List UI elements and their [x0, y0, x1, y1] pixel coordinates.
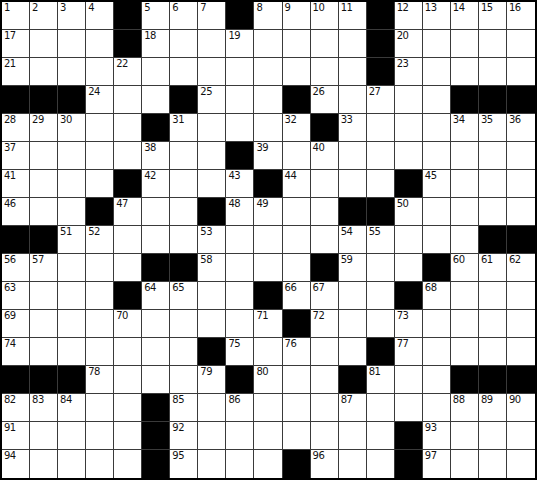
grid-cell[interactable]: 83 [30, 394, 58, 422]
grid-cell[interactable]: 10 [311, 2, 339, 30]
grid-cell[interactable] [311, 422, 339, 450]
grid-cell[interactable]: 49 [254, 198, 282, 226]
grid-cell[interactable] [423, 226, 451, 254]
grid-cell[interactable] [114, 254, 142, 282]
clue-number: 87 [341, 394, 353, 405]
grid-cell[interactable]: 22 [114, 58, 142, 86]
grid-cell[interactable]: 74 [2, 338, 30, 366]
grid-cell[interactable] [226, 58, 254, 86]
grid-cell[interactable] [283, 142, 311, 170]
grid-cell[interactable] [423, 30, 451, 58]
grid-cell[interactable] [58, 198, 86, 226]
grid-cell[interactable]: 51 [58, 226, 86, 254]
grid-cell[interactable] [479, 310, 507, 338]
grid-cell[interactable] [395, 226, 423, 254]
clue-number: 84 [60, 394, 72, 405]
grid-cell[interactable] [254, 394, 282, 422]
grid-cell[interactable] [339, 170, 367, 198]
grid-cell[interactable] [339, 338, 367, 366]
grid-cell[interactable]: 61 [479, 254, 507, 282]
grid-cell[interactable]: 56 [2, 254, 30, 282]
grid-cell[interactable] [479, 450, 507, 478]
grid-cell[interactable]: 85 [170, 394, 198, 422]
grid-cell[interactable]: 1 [2, 2, 30, 30]
grid-cell[interactable] [30, 338, 58, 366]
black-square [30, 366, 58, 394]
grid-cell[interactable] [114, 394, 142, 422]
grid-cell[interactable] [58, 254, 86, 282]
grid-cell[interactable] [86, 30, 114, 58]
grid-cell[interactable] [170, 170, 198, 198]
grid-cell[interactable] [170, 142, 198, 170]
grid-cell[interactable] [58, 58, 86, 86]
grid-cell[interactable] [423, 58, 451, 86]
grid-cell[interactable] [170, 310, 198, 338]
grid-cell[interactable]: 33 [339, 114, 367, 142]
grid-cell[interactable] [86, 310, 114, 338]
grid-cell[interactable] [114, 366, 142, 394]
grid-cell[interactable] [507, 422, 535, 450]
grid-cell[interactable] [254, 450, 282, 478]
grid-cell[interactable] [283, 394, 311, 422]
grid-cell[interactable] [423, 338, 451, 366]
grid-cell[interactable] [339, 30, 367, 58]
grid-cell[interactable]: 58 [198, 254, 226, 282]
grid-cell[interactable] [86, 142, 114, 170]
grid-cell[interactable] [198, 450, 226, 478]
grid-cell[interactable]: 80 [254, 366, 282, 394]
grid-cell[interactable] [30, 58, 58, 86]
grid-cell[interactable] [507, 58, 535, 86]
grid-cell[interactable] [283, 226, 311, 254]
grid-cell[interactable]: 68 [423, 282, 451, 310]
grid-cell[interactable] [86, 114, 114, 142]
grid-cell[interactable] [114, 142, 142, 170]
grid-cell[interactable] [423, 310, 451, 338]
black-square [198, 338, 226, 366]
grid-cell[interactable] [30, 422, 58, 450]
clue-number: 7 [200, 2, 206, 13]
grid-cell[interactable] [198, 142, 226, 170]
grid-cell[interactable]: 35 [479, 114, 507, 142]
grid-cell[interactable]: 64 [142, 282, 170, 310]
grid-cell[interactable] [423, 394, 451, 422]
grid-cell[interactable]: 11 [339, 2, 367, 30]
grid-cell[interactable]: 9 [283, 2, 311, 30]
black-square [142, 254, 170, 282]
grid-cell[interactable] [479, 142, 507, 170]
grid-cell[interactable]: 41 [2, 170, 30, 198]
clue-number: 68 [425, 282, 437, 293]
grid-cell[interactable] [226, 254, 254, 282]
grid-cell[interactable] [451, 170, 479, 198]
clue-number: 75 [228, 338, 240, 349]
grid-cell[interactable]: 70 [114, 310, 142, 338]
grid-cell[interactable] [283, 198, 311, 226]
grid-cell[interactable]: 73 [395, 310, 423, 338]
grid-cell[interactable]: 46 [2, 198, 30, 226]
grid-cell[interactable] [451, 450, 479, 478]
grid-cell[interactable] [142, 86, 170, 114]
grid-cell[interactable] [114, 114, 142, 142]
grid-cell[interactable]: 86 [226, 394, 254, 422]
grid-cell[interactable] [339, 86, 367, 114]
grid-cell[interactable] [395, 86, 423, 114]
grid-cell[interactable] [479, 30, 507, 58]
grid-cell[interactable] [311, 198, 339, 226]
grid-cell[interactable] [367, 170, 395, 198]
grid-cell[interactable] [142, 338, 170, 366]
grid-cell[interactable] [58, 310, 86, 338]
grid-cell[interactable] [198, 310, 226, 338]
grid-cell[interactable] [198, 170, 226, 198]
grid-cell[interactable] [507, 338, 535, 366]
black-square [451, 86, 479, 114]
grid-cell[interactable] [142, 310, 170, 338]
grid-cell[interactable] [283, 366, 311, 394]
grid-cell[interactable] [367, 114, 395, 142]
grid-cell[interactable]: 45 [423, 170, 451, 198]
grid-cell[interactable] [507, 198, 535, 226]
grid-cell[interactable]: 39 [254, 142, 282, 170]
grid-cell[interactable] [114, 338, 142, 366]
grid-cell[interactable]: 32 [283, 114, 311, 142]
clue-number: 35 [481, 114, 493, 125]
grid-cell[interactable] [451, 310, 479, 338]
grid-cell[interactable] [30, 142, 58, 170]
grid-cell[interactable] [311, 58, 339, 86]
grid-cell[interactable] [423, 198, 451, 226]
grid-cell[interactable]: 71 [254, 310, 282, 338]
grid-cell[interactable]: 55 [367, 226, 395, 254]
black-square [86, 198, 114, 226]
grid-cell[interactable]: 65 [170, 282, 198, 310]
grid-cell[interactable] [170, 366, 198, 394]
clue-number: 49 [256, 198, 268, 209]
clue-number: 86 [228, 394, 240, 405]
clue-number: 27 [369, 86, 381, 97]
grid-cell[interactable]: 57 [30, 254, 58, 282]
grid-cell[interactable]: 67 [311, 282, 339, 310]
grid-cell[interactable] [283, 254, 311, 282]
grid-cell[interactable] [311, 366, 339, 394]
grid-cell[interactable] [367, 282, 395, 310]
grid-cell[interactable]: 95 [170, 450, 198, 478]
grid-cell[interactable]: 37 [2, 142, 30, 170]
grid-cell[interactable]: 53 [198, 226, 226, 254]
grid-cell[interactable] [367, 394, 395, 422]
grid-cell[interactable] [339, 142, 367, 170]
grid-cell[interactable] [170, 198, 198, 226]
grid-cell[interactable]: 48 [226, 198, 254, 226]
grid-cell[interactable] [479, 282, 507, 310]
grid-cell[interactable] [226, 282, 254, 310]
grid-cell[interactable] [198, 422, 226, 450]
grid-cell[interactable]: 52 [86, 226, 114, 254]
grid-cell[interactable] [451, 58, 479, 86]
clue-number: 3 [60, 2, 66, 13]
grid-cell[interactable] [311, 226, 339, 254]
grid-cell[interactable] [451, 226, 479, 254]
grid-cell[interactable]: 16 [507, 2, 535, 30]
grid-cell[interactable]: 44 [283, 170, 311, 198]
grid-cell[interactable] [142, 58, 170, 86]
grid-cell[interactable] [339, 282, 367, 310]
grid-cell[interactable] [254, 422, 282, 450]
grid-cell[interactable]: 72 [311, 310, 339, 338]
grid-cell[interactable] [479, 198, 507, 226]
grid-cell[interactable] [311, 170, 339, 198]
grid-cell[interactable]: 47 [114, 198, 142, 226]
grid-cell[interactable]: 24 [86, 86, 114, 114]
grid-cell[interactable] [254, 114, 282, 142]
grid-cell[interactable]: 12 [395, 2, 423, 30]
grid-cell[interactable] [367, 422, 395, 450]
grid-cell[interactable]: 94 [2, 450, 30, 478]
grid-cell[interactable]: 90 [507, 394, 535, 422]
grid-cell[interactable] [142, 366, 170, 394]
grid-cell[interactable] [283, 30, 311, 58]
clue-number: 63 [4, 282, 16, 293]
clue-number: 1 [4, 2, 10, 13]
grid-cell[interactable]: 87 [339, 394, 367, 422]
grid-cell[interactable]: 60 [451, 254, 479, 282]
grid-cell[interactable] [114, 422, 142, 450]
grid-cell[interactable] [114, 450, 142, 478]
grid-cell[interactable]: 81 [367, 366, 395, 394]
grid-cell[interactable] [86, 338, 114, 366]
grid-cell[interactable] [58, 450, 86, 478]
grid-cell[interactable] [198, 58, 226, 86]
clue-number: 81 [369, 366, 381, 377]
grid-cell[interactable]: 26 [311, 86, 339, 114]
grid-cell[interactable] [226, 226, 254, 254]
grid-cell[interactable] [142, 226, 170, 254]
grid-cell[interactable] [86, 254, 114, 282]
grid-cell[interactable]: 54 [339, 226, 367, 254]
grid-cell[interactable]: 40 [311, 142, 339, 170]
clue-number: 29 [32, 114, 44, 125]
clue-number: 66 [285, 282, 297, 293]
grid-cell[interactable] [254, 254, 282, 282]
grid-cell[interactable] [58, 170, 86, 198]
grid-cell[interactable] [254, 338, 282, 366]
grid-cell[interactable] [283, 422, 311, 450]
clue-number: 8 [256, 2, 262, 13]
grid-cell[interactable]: 14 [451, 2, 479, 30]
grid-cell[interactable] [86, 170, 114, 198]
grid-cell[interactable] [226, 310, 254, 338]
grid-cell[interactable] [451, 30, 479, 58]
black-square [142, 394, 170, 422]
grid-cell[interactable] [451, 142, 479, 170]
grid-cell[interactable] [58, 30, 86, 58]
grid-cell[interactable] [254, 58, 282, 86]
grid-cell[interactable]: 5 [142, 2, 170, 30]
grid-cell[interactable]: 36 [507, 114, 535, 142]
grid-cell[interactable] [451, 198, 479, 226]
black-square [254, 170, 282, 198]
grid-cell[interactable]: 31 [170, 114, 198, 142]
grid-cell[interactable] [226, 86, 254, 114]
grid-cell[interactable]: 6 [170, 2, 198, 30]
grid-cell[interactable] [114, 86, 142, 114]
grid-cell[interactable]: 96 [311, 450, 339, 478]
grid-cell[interactable]: 69 [2, 310, 30, 338]
grid-cell[interactable] [30, 310, 58, 338]
grid-cell[interactable] [395, 254, 423, 282]
grid-cell[interactable]: 7 [198, 2, 226, 30]
grid-cell[interactable] [170, 58, 198, 86]
grid-cell[interactable]: 42 [142, 170, 170, 198]
grid-cell[interactable] [507, 142, 535, 170]
grid-cell[interactable] [283, 58, 311, 86]
grid-cell[interactable]: 43 [226, 170, 254, 198]
grid-cell[interactable]: 8 [254, 2, 282, 30]
grid-cell[interactable] [170, 226, 198, 254]
grid-cell[interactable] [170, 30, 198, 58]
grid-cell[interactable]: 21 [2, 58, 30, 86]
grid-cell[interactable] [395, 394, 423, 422]
grid-cell[interactable] [479, 170, 507, 198]
grid-cell[interactable] [423, 366, 451, 394]
grid-cell[interactable]: 38 [142, 142, 170, 170]
grid-cell[interactable]: 25 [198, 86, 226, 114]
grid-cell[interactable] [395, 366, 423, 394]
grid-cell[interactable] [198, 394, 226, 422]
grid-cell[interactable] [254, 226, 282, 254]
grid-cell[interactable] [423, 142, 451, 170]
grid-cell[interactable]: 13 [423, 2, 451, 30]
grid-cell[interactable]: 84 [58, 394, 86, 422]
grid-cell[interactable] [339, 58, 367, 86]
grid-cell[interactable]: 18 [142, 30, 170, 58]
grid-cell[interactable] [226, 114, 254, 142]
grid-cell[interactable]: 77 [395, 338, 423, 366]
grid-cell[interactable]: 2 [30, 2, 58, 30]
clue-number: 39 [256, 142, 268, 153]
grid-cell[interactable] [311, 30, 339, 58]
grid-cell[interactable] [507, 170, 535, 198]
grid-cell[interactable] [367, 142, 395, 170]
grid-cell[interactable] [30, 450, 58, 478]
grid-cell[interactable] [86, 422, 114, 450]
clue-number: 26 [313, 86, 325, 97]
grid-cell[interactable] [367, 310, 395, 338]
grid-cell[interactable] [479, 422, 507, 450]
grid-cell[interactable] [339, 450, 367, 478]
grid-cell[interactable] [142, 198, 170, 226]
grid-cell[interactable] [58, 338, 86, 366]
grid-cell[interactable] [30, 198, 58, 226]
grid-cell[interactable] [395, 114, 423, 142]
grid-cell[interactable] [30, 170, 58, 198]
grid-cell[interactable]: 75 [226, 338, 254, 366]
grid-cell[interactable] [30, 282, 58, 310]
grid-cell[interactable]: 78 [86, 366, 114, 394]
grid-cell[interactable] [254, 30, 282, 58]
grid-cell[interactable] [86, 450, 114, 478]
grid-cell[interactable] [479, 338, 507, 366]
grid-cell[interactable]: 15 [479, 2, 507, 30]
grid-cell[interactable]: 34 [451, 114, 479, 142]
grid-cell[interactable] [507, 450, 535, 478]
grid-cell[interactable] [507, 310, 535, 338]
grid-cell[interactable] [254, 86, 282, 114]
grid-cell[interactable] [507, 30, 535, 58]
grid-cell[interactable]: 23 [395, 58, 423, 86]
grid-cell[interactable] [114, 226, 142, 254]
grid-cell[interactable] [86, 58, 114, 86]
grid-cell[interactable]: 4 [86, 2, 114, 30]
grid-cell[interactable]: 27 [367, 86, 395, 114]
grid-cell[interactable] [479, 58, 507, 86]
grid-cell[interactable]: 30 [58, 114, 86, 142]
grid-cell[interactable] [423, 86, 451, 114]
grid-cell[interactable]: 50 [395, 198, 423, 226]
grid-cell[interactable]: 89 [479, 394, 507, 422]
grid-cell[interactable] [339, 422, 367, 450]
grid-cell[interactable] [423, 114, 451, 142]
grid-cell[interactable] [198, 114, 226, 142]
grid-cell[interactable] [367, 450, 395, 478]
grid-cell[interactable]: 76 [283, 338, 311, 366]
grid-cell[interactable] [58, 422, 86, 450]
grid-cell[interactable] [226, 422, 254, 450]
grid-cell[interactable]: 82 [2, 394, 30, 422]
grid-cell[interactable]: 91 [2, 422, 30, 450]
grid-cell[interactable]: 88 [451, 394, 479, 422]
grid-cell[interactable] [311, 338, 339, 366]
grid-cell[interactable] [451, 338, 479, 366]
grid-cell[interactable]: 79 [198, 366, 226, 394]
crossword-grid: 1234567891011121314151617181920212223242… [0, 0, 537, 480]
grid-cell[interactable]: 66 [283, 282, 311, 310]
grid-cell[interactable] [86, 282, 114, 310]
grid-cell[interactable] [507, 282, 535, 310]
grid-cell[interactable]: 20 [395, 30, 423, 58]
grid-cell[interactable]: 59 [339, 254, 367, 282]
grid-cell[interactable]: 17 [2, 30, 30, 58]
grid-cell[interactable] [451, 422, 479, 450]
clue-number: 36 [509, 114, 521, 125]
clue-number: 33 [341, 114, 353, 125]
grid-cell[interactable] [58, 142, 86, 170]
grid-cell[interactable] [311, 394, 339, 422]
grid-cell[interactable] [198, 282, 226, 310]
grid-cell[interactable] [451, 282, 479, 310]
grid-cell[interactable]: 62 [507, 254, 535, 282]
grid-cell[interactable]: 92 [170, 422, 198, 450]
grid-cell[interactable]: 19 [226, 30, 254, 58]
grid-cell[interactable]: 28 [2, 114, 30, 142]
grid-cell[interactable] [339, 310, 367, 338]
grid-cell[interactable]: 29 [30, 114, 58, 142]
clue-number: 24 [88, 86, 100, 97]
grid-cell[interactable]: 97 [423, 450, 451, 478]
grid-cell[interactable] [367, 254, 395, 282]
grid-cell[interactable]: 63 [2, 282, 30, 310]
grid-cell[interactable] [226, 450, 254, 478]
grid-cell[interactable]: 93 [423, 422, 451, 450]
grid-cell[interactable] [30, 30, 58, 58]
grid-cell[interactable] [198, 30, 226, 58]
grid-cell[interactable] [58, 282, 86, 310]
grid-cell[interactable] [395, 142, 423, 170]
grid-cell[interactable]: 3 [58, 2, 86, 30]
grid-cell[interactable] [86, 394, 114, 422]
grid-cell[interactable] [170, 338, 198, 366]
